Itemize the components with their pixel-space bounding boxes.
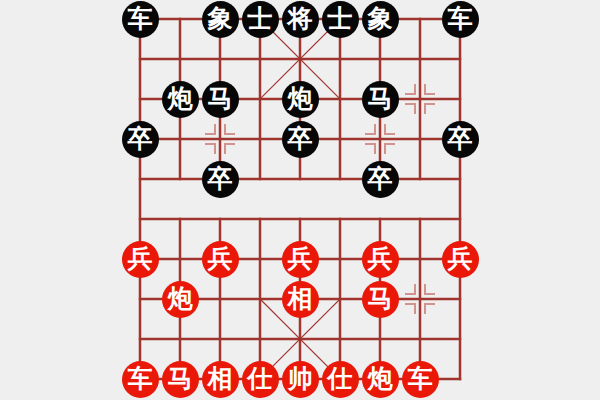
piece-black-soldier[interactable]: 卒 (442, 121, 479, 158)
last-move-marker (365, 124, 395, 154)
piece-black-horse[interactable]: 马 (202, 81, 239, 118)
last-move-marker (205, 124, 235, 154)
marker-bracket (424, 84, 435, 95)
marker-bracket (405, 103, 416, 114)
marker-bracket (384, 143, 395, 154)
marker-bracket (365, 124, 376, 135)
piece-black-elephant[interactable]: 象 (362, 1, 399, 38)
piece-black-advisor[interactable]: 士 (322, 1, 359, 38)
piece-red-advisor[interactable]: 仕 (242, 361, 279, 398)
marker-bracket (405, 284, 416, 295)
marker-bracket (424, 103, 435, 114)
piece-red-horse[interactable]: 马 (162, 361, 199, 398)
piece-red-soldier[interactable]: 兵 (282, 241, 319, 278)
piece-red-horse[interactable]: 马 (362, 281, 399, 318)
piece-red-elephant[interactable]: 相 (202, 361, 239, 398)
marker-bracket (224, 124, 235, 135)
piece-black-elephant[interactable]: 象 (202, 1, 239, 38)
piece-red-elephant[interactable]: 相 (282, 281, 319, 318)
piece-black-soldier[interactable]: 卒 (202, 161, 239, 198)
piece-black-chariot[interactable]: 车 (442, 1, 479, 38)
piece-red-cannon[interactable]: 炮 (362, 361, 399, 398)
piece-black-soldier[interactable]: 卒 (122, 121, 159, 158)
marker-bracket (424, 284, 435, 295)
marker-bracket (405, 84, 416, 95)
marker-bracket (205, 124, 216, 135)
last-move-marker (405, 84, 435, 114)
piece-black-general[interactable]: 将 (282, 1, 319, 38)
marker-bracket (424, 303, 435, 314)
piece-black-cannon[interactable]: 炮 (282, 81, 319, 118)
last-move-marker (405, 284, 435, 314)
piece-black-horse[interactable]: 马 (362, 81, 399, 118)
piece-black-soldier[interactable]: 卒 (282, 121, 319, 158)
marker-bracket (205, 143, 216, 154)
marker-bracket (365, 143, 376, 154)
xiangqi-board: 车象士将士象车炮马炮马卒卒卒卒卒兵兵兵兵兵炮相马车马相仕帅仕炮车 (120, 0, 480, 399)
piece-red-soldier[interactable]: 兵 (202, 241, 239, 278)
piece-red-soldier[interactable]: 兵 (442, 241, 479, 278)
piece-red-chariot[interactable]: 车 (122, 361, 159, 398)
piece-black-cannon[interactable]: 炮 (162, 81, 199, 118)
marker-bracket (224, 143, 235, 154)
xiangqi-board-area: 车象士将士象车炮马炮马卒卒卒卒卒兵兵兵兵兵炮相马车马相仕帅仕炮车 (0, 0, 600, 400)
piece-black-advisor[interactable]: 士 (242, 1, 279, 38)
marker-bracket (405, 303, 416, 314)
piece-red-advisor[interactable]: 仕 (322, 361, 359, 398)
piece-red-cannon[interactable]: 炮 (162, 281, 199, 318)
piece-red-chariot[interactable]: 车 (402, 361, 439, 398)
piece-red-soldier[interactable]: 兵 (122, 241, 159, 278)
piece-red-general[interactable]: 帅 (282, 361, 319, 398)
marker-bracket (384, 124, 395, 135)
piece-black-soldier[interactable]: 卒 (362, 161, 399, 198)
piece-black-chariot[interactable]: 车 (122, 1, 159, 38)
piece-red-soldier[interactable]: 兵 (362, 241, 399, 278)
